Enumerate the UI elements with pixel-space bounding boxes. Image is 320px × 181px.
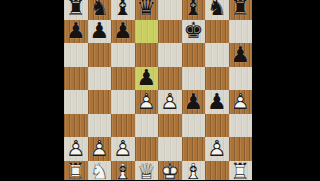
black-knight-icon: ♞ — [88, 0, 112, 20]
square-h4[interactable]: ♟♙ — [229, 90, 253, 114]
square-d8[interactable]: ♛ — [135, 0, 159, 20]
square-h3[interactable] — [229, 114, 253, 138]
white-pawn-outline-icon: ♙ — [88, 137, 112, 161]
square-d5[interactable]: ♟ — [135, 67, 159, 91]
chessboard[interactable]: ♜♞♝♛♝♞♜♟♟♟♚♟♟♟♙♟♙♟♟♟♙♟♙♟♙♟♙♟♙♜♖♞♘♝♗♛♕♚♔♝… — [64, 0, 252, 180]
piece-white-king-e1[interactable]: ♚♔ — [158, 161, 182, 181]
white-pawn-outline-icon: ♙ — [135, 90, 159, 114]
piece-black-pawn-d5[interactable]: ♟ — [135, 67, 159, 91]
square-b5[interactable] — [88, 67, 112, 91]
white-rook-outline-icon: ♖ — [229, 161, 253, 181]
piece-white-pawn-b2[interactable]: ♟♙ — [88, 137, 112, 161]
square-f7[interactable]: ♚ — [182, 20, 206, 44]
square-e8[interactable] — [158, 0, 182, 20]
square-c5[interactable] — [111, 67, 135, 91]
white-queen-outline-icon: ♕ — [135, 161, 159, 181]
black-pawn-icon: ♟ — [64, 20, 88, 44]
square-a3[interactable] — [64, 114, 88, 138]
square-a4[interactable] — [64, 90, 88, 114]
black-queen-icon: ♛ — [135, 0, 159, 20]
white-king-outline-icon: ♔ — [158, 161, 182, 181]
square-g6[interactable] — [205, 43, 229, 67]
white-pawn-outline-icon: ♙ — [229, 90, 253, 114]
black-king-icon: ♚ — [182, 20, 206, 44]
piece-white-rook-a1[interactable]: ♜♖ — [64, 161, 88, 181]
square-e4[interactable]: ♟♙ — [158, 90, 182, 114]
square-e3[interactable] — [158, 114, 182, 138]
letterbox-right — [252, 0, 320, 180]
square-d4[interactable]: ♟♙ — [135, 90, 159, 114]
square-a5[interactable] — [64, 67, 88, 91]
square-g4[interactable]: ♟ — [205, 90, 229, 114]
piece-white-bishop-c1[interactable]: ♝♗ — [111, 161, 135, 181]
piece-white-pawn-h4[interactable]: ♟♙ — [229, 90, 253, 114]
square-f1[interactable]: ♝♗ — [182, 161, 206, 181]
black-bishop-icon: ♝ — [182, 0, 206, 20]
piece-black-rook-h8[interactable]: ♜ — [229, 0, 253, 20]
square-b1[interactable]: ♞♘ — [88, 161, 112, 181]
square-a7[interactable]: ♟ — [64, 20, 88, 44]
piece-white-knight-b1[interactable]: ♞♘ — [88, 161, 112, 181]
black-knight-icon: ♞ — [205, 0, 229, 20]
square-f8[interactable]: ♝ — [182, 0, 206, 20]
square-e7[interactable] — [158, 20, 182, 44]
square-g1[interactable] — [205, 161, 229, 181]
piece-white-pawn-c2[interactable]: ♟♙ — [111, 137, 135, 161]
square-b4[interactable] — [88, 90, 112, 114]
square-b6[interactable] — [88, 43, 112, 67]
square-f4[interactable]: ♟ — [182, 90, 206, 114]
square-a2[interactable]: ♟♙ — [64, 137, 88, 161]
square-g2[interactable]: ♟♙ — [205, 137, 229, 161]
black-pawn-icon: ♟ — [135, 67, 159, 91]
piece-white-queen-d1[interactable]: ♛♕ — [135, 161, 159, 181]
square-c1[interactable]: ♝♗ — [111, 161, 135, 181]
square-c6[interactable] — [111, 43, 135, 67]
black-pawn-icon: ♟ — [182, 90, 206, 114]
piece-black-bishop-c8[interactable]: ♝ — [111, 0, 135, 20]
square-h6[interactable]: ♟ — [229, 43, 253, 67]
piece-black-knight-g8[interactable]: ♞ — [205, 0, 229, 20]
white-pawn-outline-icon: ♙ — [158, 90, 182, 114]
square-h8[interactable]: ♜ — [229, 0, 253, 20]
square-h7[interactable] — [229, 20, 253, 44]
piece-black-knight-b8[interactable]: ♞ — [88, 0, 112, 20]
piece-black-pawn-g4[interactable]: ♟ — [205, 90, 229, 114]
square-g8[interactable]: ♞ — [205, 0, 229, 20]
piece-black-pawn-h6[interactable]: ♟ — [229, 43, 253, 67]
square-b3[interactable] — [88, 114, 112, 138]
black-pawn-icon: ♟ — [111, 20, 135, 44]
square-g5[interactable] — [205, 67, 229, 91]
piece-white-pawn-d4[interactable]: ♟♙ — [135, 90, 159, 114]
square-c7[interactable]: ♟ — [111, 20, 135, 44]
square-c3[interactable] — [111, 114, 135, 138]
piece-black-pawn-b7[interactable]: ♟ — [88, 20, 112, 44]
letterbox-left — [0, 0, 64, 180]
square-e2[interactable] — [158, 137, 182, 161]
square-g7[interactable] — [205, 20, 229, 44]
black-rook-icon: ♜ — [229, 0, 253, 20]
video-frame: ♜♞♝♛♝♞♜♟♟♟♚♟♟♟♙♟♙♟♟♟♙♟♙♟♙♟♙♟♙♜♖♞♘♝♗♛♕♚♔♝… — [0, 0, 320, 180]
square-b7[interactable]: ♟ — [88, 20, 112, 44]
square-e5[interactable] — [158, 67, 182, 91]
square-f3[interactable] — [182, 114, 206, 138]
black-pawn-icon: ♟ — [205, 90, 229, 114]
square-h1[interactable]: ♜♖ — [229, 161, 253, 181]
piece-black-pawn-c7[interactable]: ♟ — [111, 20, 135, 44]
white-rook-outline-icon: ♖ — [64, 161, 88, 181]
square-e6[interactable] — [158, 43, 182, 67]
white-bishop-outline-icon: ♗ — [182, 161, 206, 181]
square-g3[interactable] — [205, 114, 229, 138]
piece-black-pawn-a7[interactable]: ♟ — [64, 20, 88, 44]
square-h2[interactable] — [229, 137, 253, 161]
piece-white-rook-h1[interactable]: ♜♖ — [229, 161, 253, 181]
square-a6[interactable] — [64, 43, 88, 67]
square-d2[interactable] — [135, 137, 159, 161]
square-c2[interactable]: ♟♙ — [111, 137, 135, 161]
piece-white-pawn-a2[interactable]: ♟♙ — [64, 137, 88, 161]
white-pawn-outline-icon: ♙ — [205, 137, 229, 161]
piece-white-pawn-g2[interactable]: ♟♙ — [205, 137, 229, 161]
piece-white-pawn-e4[interactable]: ♟♙ — [158, 90, 182, 114]
black-rook-icon: ♜ — [64, 0, 88, 20]
square-d1[interactable]: ♛♕ — [135, 161, 159, 181]
square-a1[interactable]: ♜♖ — [64, 161, 88, 181]
piece-black-pawn-f4[interactable]: ♟ — [182, 90, 206, 114]
square-b8[interactable]: ♞ — [88, 0, 112, 20]
white-knight-outline-icon: ♘ — [88, 161, 112, 181]
square-c8[interactable]: ♝ — [111, 0, 135, 20]
square-e1[interactable]: ♚♔ — [158, 161, 182, 181]
piece-white-bishop-f1[interactable]: ♝♗ — [182, 161, 206, 181]
square-f5[interactable] — [182, 67, 206, 91]
black-pawn-icon: ♟ — [229, 43, 253, 67]
white-pawn-outline-icon: ♙ — [111, 137, 135, 161]
piece-black-bishop-f8[interactable]: ♝ — [182, 0, 206, 20]
white-pawn-outline-icon: ♙ — [64, 137, 88, 161]
square-a8[interactable]: ♜ — [64, 0, 88, 20]
white-bishop-outline-icon: ♗ — [111, 161, 135, 181]
piece-black-queen-d8[interactable]: ♛ — [135, 0, 159, 20]
piece-black-king-f7[interactable]: ♚ — [182, 20, 206, 44]
square-h5[interactable] — [229, 67, 253, 91]
square-b2[interactable]: ♟♙ — [88, 137, 112, 161]
square-c4[interactable] — [111, 90, 135, 114]
black-pawn-icon: ♟ — [88, 20, 112, 44]
piece-black-rook-a8[interactable]: ♜ — [64, 0, 88, 20]
black-bishop-icon: ♝ — [111, 0, 135, 20]
square-f6[interactable] — [182, 43, 206, 67]
square-d3[interactable] — [135, 114, 159, 138]
square-d6[interactable] — [135, 43, 159, 67]
square-d7[interactable] — [135, 20, 159, 44]
square-f2[interactable] — [182, 137, 206, 161]
